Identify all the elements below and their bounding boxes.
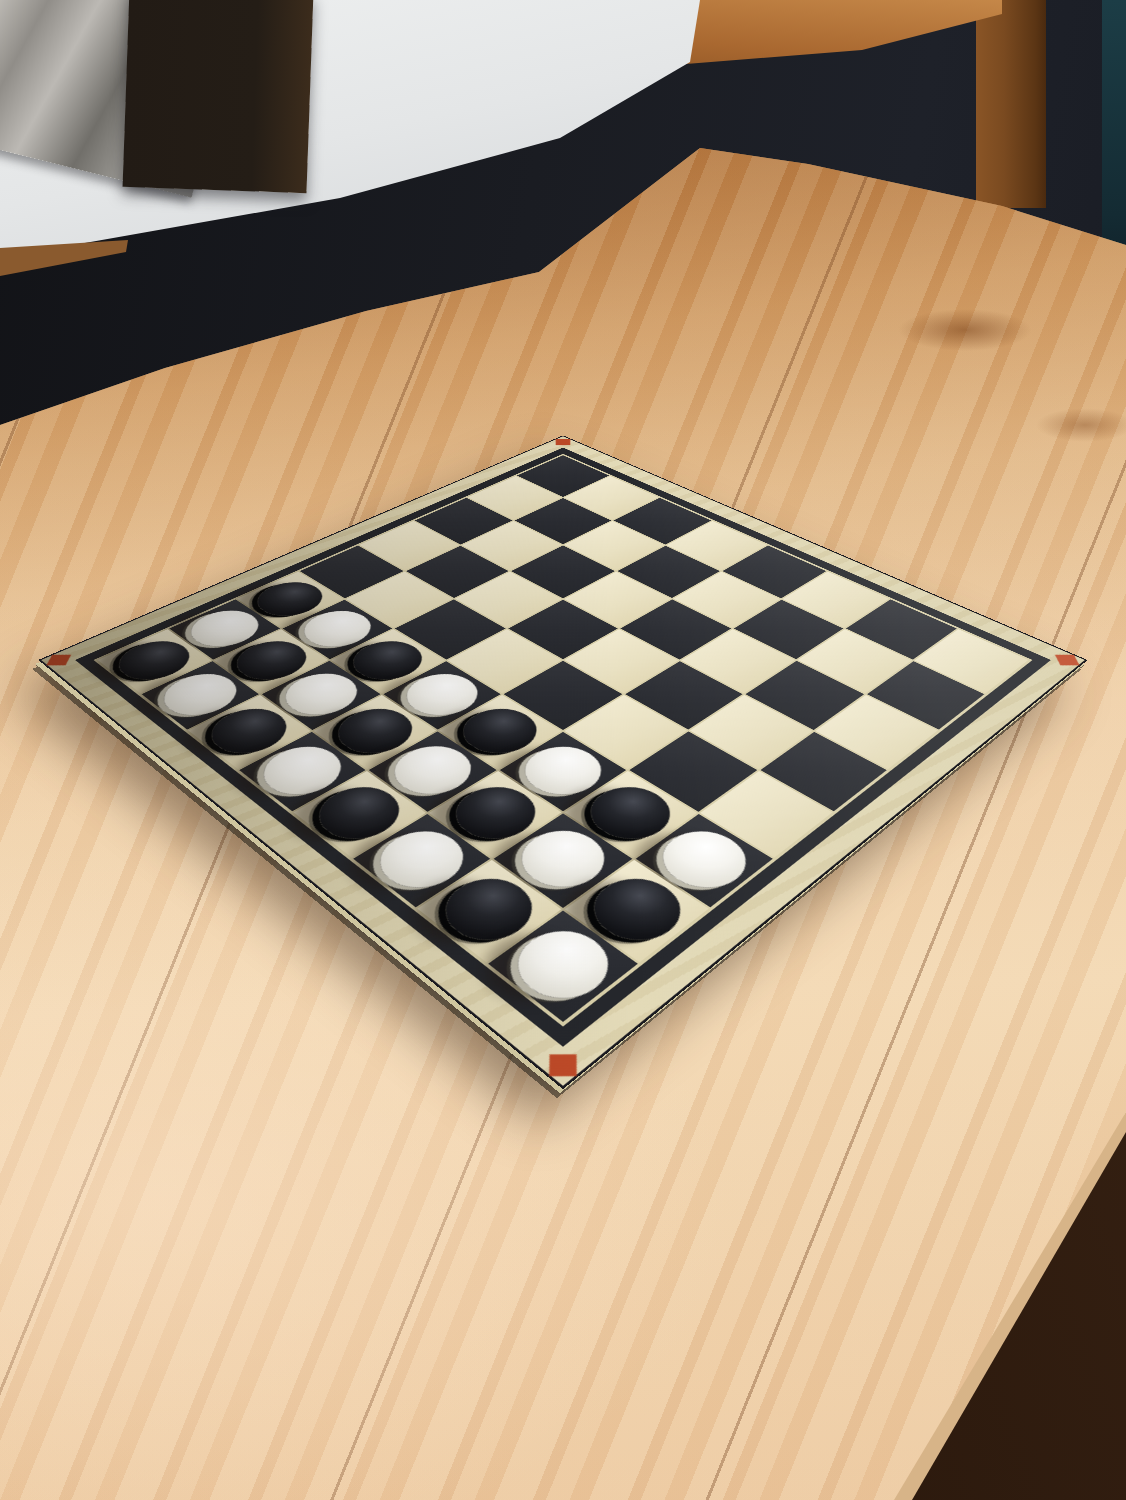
board-wrapper (0, 0, 1126, 1500)
photo-scene (0, 0, 1126, 1500)
lighting-overlay (41, 436, 1085, 1086)
checkers-board (38, 435, 1087, 1089)
